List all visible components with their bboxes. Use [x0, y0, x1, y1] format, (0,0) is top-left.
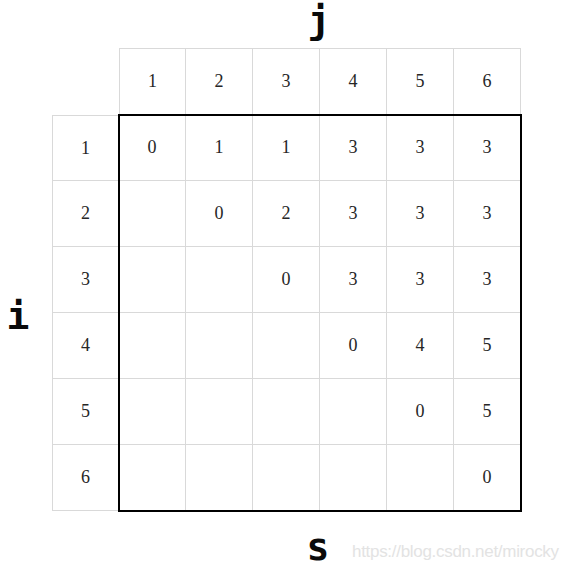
cell-i3-j2 — [186, 247, 253, 313]
col-header-3: 3 — [253, 48, 320, 115]
cell-i5-j6: 5 — [454, 379, 521, 445]
watermark: https://blog.csdn.net/mirocky — [352, 542, 559, 562]
cell-i4-j1 — [119, 313, 186, 379]
cell-i5-j5: 0 — [387, 379, 454, 445]
cell-i2-j6: 3 — [454, 181, 521, 247]
cell-i4-j4: 0 — [320, 313, 387, 379]
row-axis-label: i — [7, 297, 30, 335]
cell-i1-j5: 3 — [387, 115, 454, 181]
cell-i6-j1 — [119, 445, 186, 511]
cell-i5-j3 — [253, 379, 320, 445]
cell-i5-j2 — [186, 379, 253, 445]
cell-i4-j5: 4 — [387, 313, 454, 379]
cell-i2-j3: 2 — [253, 181, 320, 247]
cell-i3-j6: 3 — [454, 247, 521, 313]
cell-i5-j1 — [119, 379, 186, 445]
col-header-2: 2 — [186, 48, 253, 115]
cell-i6-j2 — [186, 445, 253, 511]
dp-table-diagram: j i 123456101133320233330333404550560 s … — [0, 0, 564, 568]
cell-i4-j2 — [186, 313, 253, 379]
row-header-1: 1 — [52, 115, 119, 181]
cell-i4-j3 — [253, 313, 320, 379]
row-header-3: 3 — [52, 247, 119, 313]
table-name-label: s — [307, 528, 330, 566]
cell-i3-j3: 0 — [253, 247, 320, 313]
cell-i4-j6: 5 — [454, 313, 521, 379]
cell-i1-j1: 0 — [119, 115, 186, 181]
cell-i2-j4: 3 — [320, 181, 387, 247]
cell-i6-j3 — [253, 445, 320, 511]
col-header-5: 5 — [387, 48, 454, 115]
cell-i2-j5: 3 — [387, 181, 454, 247]
col-header-4: 4 — [320, 48, 387, 115]
col-header-6: 6 — [454, 48, 521, 115]
row-header-6: 6 — [52, 445, 119, 511]
cell-i3-j4: 3 — [320, 247, 387, 313]
cell-i6-j5 — [387, 445, 454, 511]
cell-i3-j5: 3 — [387, 247, 454, 313]
cell-i3-j1 — [119, 247, 186, 313]
cell-i1-j3: 1 — [253, 115, 320, 181]
cell-i2-j2: 0 — [186, 181, 253, 247]
dp-table: 123456101133320233330333404550560 — [52, 48, 521, 511]
cell-i5-j4 — [320, 379, 387, 445]
cell-i1-j2: 1 — [186, 115, 253, 181]
cell-i6-j4 — [320, 445, 387, 511]
cell-i1-j6: 3 — [454, 115, 521, 181]
row-header-4: 4 — [52, 313, 119, 379]
column-axis-label: j — [308, 1, 331, 39]
corner-cell — [52, 48, 119, 115]
cell-i2-j1 — [119, 181, 186, 247]
row-header-2: 2 — [52, 181, 119, 247]
cell-i6-j6: 0 — [454, 445, 521, 511]
col-header-1: 1 — [119, 48, 186, 115]
cell-i1-j4: 3 — [320, 115, 387, 181]
row-header-5: 5 — [52, 379, 119, 445]
